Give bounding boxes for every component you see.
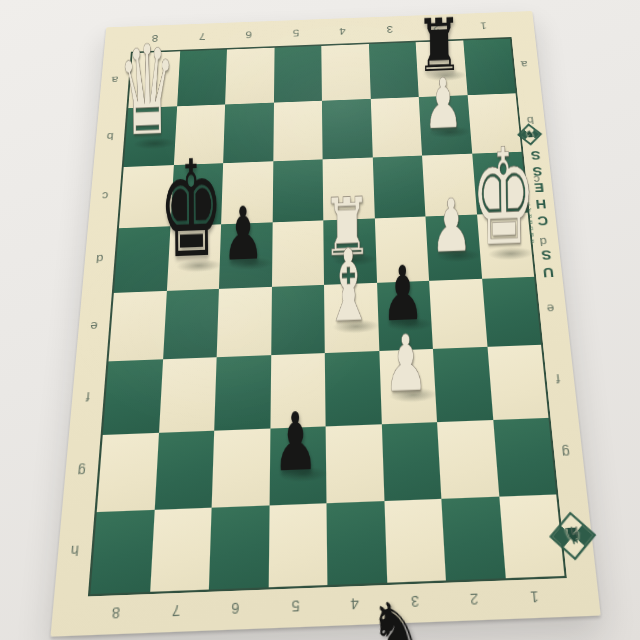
square-a4[interactable] <box>321 44 370 101</box>
square-f8[interactable] <box>103 360 163 435</box>
square-c1[interactable] <box>472 151 528 214</box>
square-e5[interactable] <box>271 285 325 356</box>
square-h3[interactable] <box>384 499 446 583</box>
file-label-left-d: d <box>88 249 111 268</box>
file-label-left-f: f <box>76 386 101 407</box>
file-label-left-e: e <box>82 315 106 335</box>
black-pawn-g5[interactable]: ♟ <box>272 402 318 484</box>
square-b6[interactable] <box>223 103 273 163</box>
file-label-right-e: e <box>538 298 562 318</box>
file-label-right-a: a <box>514 56 536 72</box>
square-d8[interactable] <box>114 226 170 293</box>
square-h2[interactable] <box>441 496 505 580</box>
square-h6[interactable] <box>209 505 269 589</box>
square-c5[interactable] <box>272 159 323 222</box>
square-a6[interactable] <box>225 48 274 105</box>
square-b2[interactable] <box>419 95 472 155</box>
rank-label-top-1: 1 <box>473 18 494 34</box>
square-h8[interactable] <box>90 510 154 595</box>
file-label-right-h: h <box>561 520 588 544</box>
square-c8[interactable] <box>119 165 174 228</box>
square-g6[interactable] <box>212 428 270 507</box>
square-f4[interactable] <box>325 351 382 426</box>
square-g8[interactable] <box>97 432 159 511</box>
rank-label-bottom-6: 6 <box>223 595 249 620</box>
square-h4[interactable] <box>326 501 386 585</box>
square-c2[interactable] <box>422 153 477 216</box>
square-c6[interactable] <box>221 161 273 224</box>
square-b1[interactable] <box>467 94 521 154</box>
square-b8[interactable] <box>124 107 177 167</box>
square-g7[interactable] <box>154 430 214 509</box>
file-label-left-g: g <box>69 460 95 483</box>
square-a2[interactable] <box>416 40 468 97</box>
square-f6[interactable] <box>214 355 271 430</box>
square-a8[interactable] <box>128 51 179 108</box>
square-d5[interactable] <box>271 220 324 287</box>
rank-label-top-4: 4 <box>333 23 353 39</box>
square-f2[interactable] <box>433 347 493 422</box>
square-d7[interactable] <box>166 224 221 291</box>
square-a5[interactable] <box>274 46 322 103</box>
square-h7[interactable] <box>150 507 212 591</box>
square-d6[interactable] <box>219 222 272 289</box>
square-e8[interactable] <box>108 291 166 362</box>
square-g3[interactable] <box>381 422 441 501</box>
rank-label-top-5: 5 <box>286 25 306 41</box>
white-bishop-e4[interactable]: ♝ <box>323 235 374 337</box>
square-d1[interactable] <box>477 212 535 278</box>
square-h1[interactable] <box>499 494 565 578</box>
square-g1[interactable] <box>493 417 556 496</box>
table-surface: US CHESS FEDERATION ♞ ♞ 8877665544332211… <box>0 0 640 640</box>
rank-label-top-6: 6 <box>239 27 259 43</box>
square-a7[interactable] <box>177 50 227 107</box>
rank-label-bottom-2: 2 <box>461 586 488 611</box>
square-b5[interactable] <box>273 101 323 161</box>
rank-label-bottom-1: 1 <box>521 584 548 609</box>
square-b4[interactable] <box>322 99 372 159</box>
square-f1[interactable] <box>487 345 548 419</box>
square-e6[interactable] <box>217 287 272 358</box>
square-c3[interactable] <box>372 155 425 218</box>
square-c4[interactable] <box>323 157 375 220</box>
square-f7[interactable] <box>159 357 217 432</box>
rank-label-bottom-8: 8 <box>103 600 130 625</box>
square-g4[interactable] <box>326 424 384 503</box>
file-label-right-g: g <box>553 441 579 463</box>
square-a1[interactable] <box>463 39 516 96</box>
square-c7[interactable] <box>170 163 223 226</box>
square-b3[interactable] <box>370 97 422 157</box>
square-e2[interactable] <box>429 279 487 349</box>
square-h5[interactable] <box>268 503 327 587</box>
square-d2[interactable] <box>425 214 481 281</box>
rank-label-bottom-5: 5 <box>283 593 308 618</box>
file-label-left-h: h <box>62 539 88 563</box>
rank-label-bottom-7: 7 <box>163 597 189 622</box>
rank-label-top-7: 7 <box>192 28 212 44</box>
file-label-left-c: c <box>94 187 117 205</box>
square-b7[interactable] <box>173 105 225 165</box>
rank-label-top-3: 3 <box>380 21 400 37</box>
white-pawn-f3[interactable]: ♟ <box>383 325 428 404</box>
square-e7[interactable] <box>163 289 219 360</box>
square-a3[interactable] <box>368 42 418 99</box>
chess-board: US CHESS FEDERATION ♞ ♞ 8877665544332211… <box>50 11 600 637</box>
file-label-right-f: f <box>546 368 571 389</box>
square-g2[interactable] <box>437 419 499 498</box>
